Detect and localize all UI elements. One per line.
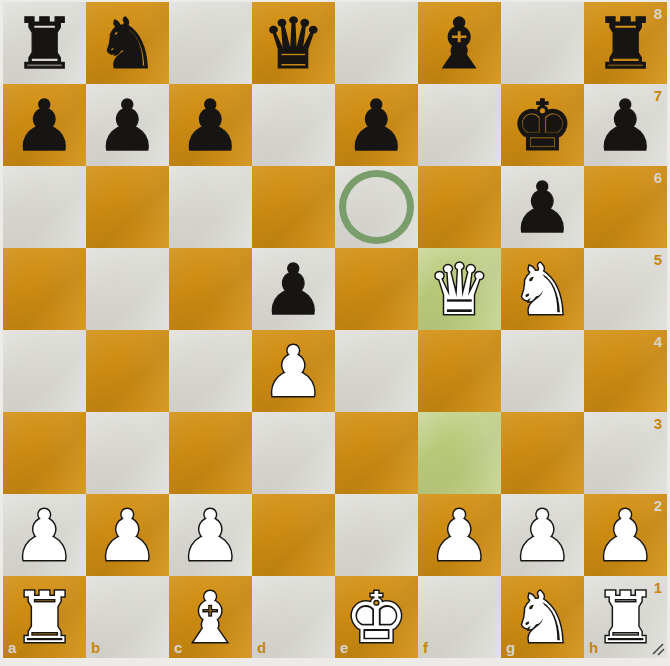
square-e4[interactable] xyxy=(335,330,418,412)
square-a6[interactable] xyxy=(3,166,86,248)
square-c4[interactable] xyxy=(169,330,252,412)
square-f8[interactable]: ♝ xyxy=(418,2,501,84)
square-d8[interactable]: ♛ xyxy=(252,2,335,84)
black-knight[interactable]: ♞ xyxy=(86,2,169,84)
file-label-c: c xyxy=(174,639,182,656)
square-a3[interactable] xyxy=(3,412,86,494)
square-e3[interactable] xyxy=(335,412,418,494)
square-b4[interactable] xyxy=(86,330,169,412)
black-pawn[interactable]: ♟ xyxy=(86,84,169,166)
square-g4[interactable] xyxy=(501,330,584,412)
square-g3[interactable] xyxy=(501,412,584,494)
square-e5[interactable] xyxy=(335,248,418,330)
square-d2[interactable] xyxy=(252,494,335,576)
square-d7[interactable] xyxy=(252,84,335,166)
black-rook[interactable]: ♜ xyxy=(3,2,86,84)
rank-label-8: 8 xyxy=(654,5,662,22)
square-h7[interactable]: ♟7 xyxy=(584,84,667,166)
square-h6[interactable]: 6 xyxy=(584,166,667,248)
square-b2[interactable]: ♟ xyxy=(86,494,169,576)
square-b3[interactable] xyxy=(86,412,169,494)
square-h2[interactable]: ♟2 xyxy=(584,494,667,576)
black-pawn[interactable]: ♟ xyxy=(3,84,86,166)
black-queen[interactable]: ♛ xyxy=(252,2,335,84)
black-king[interactable]: ♚ xyxy=(501,84,584,166)
square-c3[interactable] xyxy=(169,412,252,494)
square-c5[interactable] xyxy=(169,248,252,330)
square-e7[interactable]: ♟ xyxy=(335,84,418,166)
square-h5[interactable]: 5 xyxy=(584,248,667,330)
square-f6[interactable] xyxy=(418,166,501,248)
white-pawn[interactable]: ♟ xyxy=(418,494,501,576)
square-h8[interactable]: ♜8 xyxy=(584,2,667,84)
square-a4[interactable] xyxy=(3,330,86,412)
black-pawn[interactable]: ♟ xyxy=(169,84,252,166)
square-a5[interactable] xyxy=(3,248,86,330)
square-g1[interactable]: ♞g xyxy=(501,576,584,658)
black-bishop[interactable]: ♝ xyxy=(418,2,501,84)
square-d3[interactable] xyxy=(252,412,335,494)
square-a1[interactable]: ♜a xyxy=(3,576,86,658)
black-pawn[interactable]: ♟ xyxy=(501,166,584,248)
rank-label-1: 1 xyxy=(654,579,662,596)
white-pawn[interactable]: ♟ xyxy=(86,494,169,576)
square-g8[interactable] xyxy=(501,2,584,84)
square-b6[interactable] xyxy=(86,166,169,248)
square-f2[interactable]: ♟ xyxy=(418,494,501,576)
square-f5[interactable]: ♛ xyxy=(418,248,501,330)
white-pawn[interactable]: ♟ xyxy=(252,330,335,412)
square-h4[interactable]: 4 xyxy=(584,330,667,412)
white-pawn[interactable]: ♟ xyxy=(169,494,252,576)
rank-label-5: 5 xyxy=(654,251,662,268)
black-pawn[interactable]: ♟ xyxy=(335,84,418,166)
file-label-d: d xyxy=(257,639,266,656)
square-a7[interactable]: ♟ xyxy=(3,84,86,166)
white-queen[interactable]: ♛ xyxy=(418,248,501,330)
square-f7[interactable] xyxy=(418,84,501,166)
square-e2[interactable] xyxy=(335,494,418,576)
square-d6[interactable] xyxy=(252,166,335,248)
square-d5[interactable]: ♟ xyxy=(252,248,335,330)
black-pawn[interactable]: ♟ xyxy=(252,248,335,330)
file-label-e: e xyxy=(340,639,348,656)
square-h3[interactable]: 3 xyxy=(584,412,667,494)
rank-label-6: 6 xyxy=(654,169,662,186)
square-c8[interactable] xyxy=(169,2,252,84)
square-f1[interactable]: f xyxy=(418,576,501,658)
square-c2[interactable]: ♟ xyxy=(169,494,252,576)
rank-label-2: 2 xyxy=(654,497,662,514)
rank-label-7: 7 xyxy=(654,87,662,104)
file-label-b: b xyxy=(91,639,100,656)
annotation-circle xyxy=(339,170,414,244)
square-g2[interactable]: ♟ xyxy=(501,494,584,576)
square-g6[interactable]: ♟ xyxy=(501,166,584,248)
square-b5[interactable] xyxy=(86,248,169,330)
file-label-f: f xyxy=(423,639,428,656)
square-e6[interactable] xyxy=(335,166,418,248)
square-c7[interactable]: ♟ xyxy=(169,84,252,166)
square-e1[interactable]: ♚e xyxy=(335,576,418,658)
square-b1[interactable]: b xyxy=(86,576,169,658)
square-a8[interactable]: ♜ xyxy=(3,2,86,84)
chess-app-page: ♜♞♛♝♜8♟♟♟♟♚♟7♟6♟♛♞5♟43♟♟♟♟♟♟2♜ab♝cd♚ef♞g… xyxy=(0,0,670,666)
square-g7[interactable]: ♚ xyxy=(501,84,584,166)
white-pawn[interactable]: ♟ xyxy=(501,494,584,576)
square-d1[interactable]: d xyxy=(252,576,335,658)
square-e8[interactable] xyxy=(335,2,418,84)
square-d4[interactable]: ♟ xyxy=(252,330,335,412)
square-c1[interactable]: ♝c xyxy=(169,576,252,658)
rank-label-3: 3 xyxy=(654,415,662,432)
square-a2[interactable]: ♟ xyxy=(3,494,86,576)
rank-label-4: 4 xyxy=(654,333,662,350)
white-pawn[interactable]: ♟ xyxy=(3,494,86,576)
square-c6[interactable] xyxy=(169,166,252,248)
resize-handle-icon[interactable] xyxy=(648,639,666,657)
white-knight[interactable]: ♞ xyxy=(501,248,584,330)
square-f3[interactable] xyxy=(418,412,501,494)
file-label-g: g xyxy=(506,639,515,656)
file-label-h: h xyxy=(589,639,598,656)
square-b7[interactable]: ♟ xyxy=(86,84,169,166)
square-f4[interactable] xyxy=(418,330,501,412)
square-b8[interactable]: ♞ xyxy=(86,2,169,84)
square-g5[interactable]: ♞ xyxy=(501,248,584,330)
chess-board: ♜♞♛♝♜8♟♟♟♟♚♟7♟6♟♛♞5♟43♟♟♟♟♟♟2♜ab♝cd♚ef♞g… xyxy=(3,2,667,658)
file-label-a: a xyxy=(8,639,16,656)
